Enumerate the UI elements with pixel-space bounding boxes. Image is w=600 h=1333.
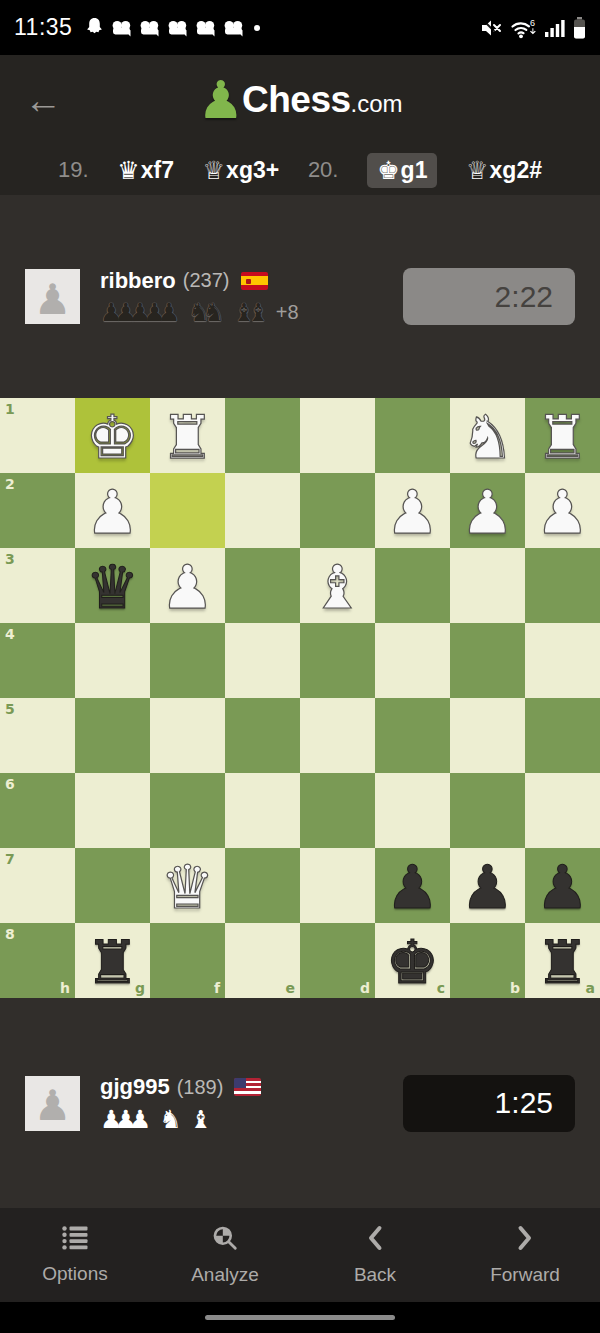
- square-e5[interactable]: [225, 698, 300, 773]
- square-a3[interactable]: [525, 548, 600, 623]
- square-g2[interactable]: ♟: [75, 473, 150, 548]
- avatar-pawn-icon: ♟: [34, 279, 72, 321]
- square-f8[interactable]: f: [150, 923, 225, 998]
- square-c7[interactable]: ♟: [375, 848, 450, 923]
- square-d4[interactable]: [300, 623, 375, 698]
- back-button[interactable]: Back: [300, 1225, 450, 1286]
- bottom-nav: Options Analyze Back Forward: [0, 1208, 600, 1302]
- square-f4[interactable]: [150, 623, 225, 698]
- square-e8[interactable]: e: [225, 923, 300, 998]
- square-d7[interactable]: [300, 848, 375, 923]
- captured-group: ♝: [190, 1107, 212, 1132]
- move-current[interactable]: ♚g1: [367, 153, 437, 188]
- move-text: xg2#: [490, 157, 542, 184]
- black-rook-a8[interactable]: ♜: [525, 923, 600, 998]
- player-rating-white: (237): [183, 269, 230, 292]
- player-card-black: ♟ gjg995 (189) ♟♟♟♞♝ 1:25: [0, 998, 600, 1208]
- square-f2[interactable]: [150, 473, 225, 548]
- svg-text:6: 6: [530, 18, 535, 28]
- back-arrow-icon[interactable]: ←: [24, 81, 62, 119]
- forward-chevron-icon: [516, 1225, 534, 1255]
- square-g5[interactable]: [75, 698, 150, 773]
- snapchat-ghost-icon: [85, 17, 104, 38]
- black-pawn-c7[interactable]: ♟: [375, 848, 450, 923]
- chesscom-logo: ♟ Chess .com: [0, 74, 600, 126]
- square-c1[interactable]: [375, 398, 450, 473]
- captured-group: ♟♟♟: [100, 1107, 151, 1132]
- avatar-white[interactable]: ♟: [25, 269, 80, 324]
- overflow-dot-icon: [254, 25, 260, 31]
- white-knight-b1[interactable]: ♞: [450, 398, 525, 473]
- rank-label: 7: [5, 852, 15, 866]
- move-number: 19.: [58, 157, 89, 183]
- file-label: b: [510, 981, 520, 995]
- square-f1[interactable]: ♜: [150, 398, 225, 473]
- square-h7[interactable]: 7: [0, 848, 75, 923]
- back-label: Back: [354, 1264, 396, 1286]
- square-b5[interactable]: [450, 698, 525, 773]
- logo-pawn-icon: ♟: [197, 74, 244, 126]
- square-b6[interactable]: [450, 773, 525, 848]
- app-notification-icon: [167, 19, 188, 37]
- options-button[interactable]: Options: [0, 1226, 150, 1285]
- square-g1[interactable]: ♚: [75, 398, 150, 473]
- square-c8[interactable]: c♚: [375, 923, 450, 998]
- figurine-icon: ♕: [466, 156, 488, 185]
- square-a5[interactable]: [525, 698, 600, 773]
- rank-label: 4: [5, 627, 15, 641]
- white-bishop-d3[interactable]: ♝: [300, 548, 375, 623]
- square-a2[interactable]: ♟: [525, 473, 600, 548]
- square-b1[interactable]: ♞: [450, 398, 525, 473]
- app-notification-icon: [223, 19, 244, 37]
- square-b2[interactable]: ♟: [450, 473, 525, 548]
- status-bar: 11:35 6: [0, 0, 600, 55]
- move[interactable]: ♕xg2#: [466, 156, 542, 185]
- file-label: h: [60, 981, 70, 995]
- square-h1[interactable]: 1: [0, 398, 75, 473]
- battery-icon: [573, 17, 586, 39]
- square-f3[interactable]: ♟: [150, 548, 225, 623]
- signal-bars-icon: [544, 18, 566, 38]
- white-pawn-g2[interactable]: ♟: [75, 473, 150, 548]
- square-e2[interactable]: [225, 473, 300, 548]
- black-rook-g8[interactable]: ♜: [75, 923, 150, 998]
- move-text: xg3+: [226, 157, 279, 184]
- rank-label: 5: [5, 702, 15, 716]
- square-b3[interactable]: [450, 548, 525, 623]
- move[interactable]: ♛xf7: [117, 156, 174, 185]
- square-e1[interactable]: [225, 398, 300, 473]
- black-queen-g3[interactable]: ♛: [75, 548, 150, 623]
- rank-label: 6: [5, 777, 15, 791]
- analyze-magnifier-icon: [212, 1225, 238, 1255]
- back-chevron-icon: [366, 1225, 384, 1255]
- square-h2[interactable]: 2: [0, 473, 75, 548]
- white-rook-f1[interactable]: ♜: [150, 398, 225, 473]
- mute-icon: [479, 17, 503, 39]
- player-rating-black: (189): [177, 1076, 224, 1099]
- clock-black: 1:25: [403, 1075, 575, 1132]
- square-h4[interactable]: 4: [0, 623, 75, 698]
- square-a1[interactable]: ♜: [525, 398, 600, 473]
- square-f6[interactable]: [150, 773, 225, 848]
- square-g3[interactable]: ♛: [75, 548, 150, 623]
- square-e6[interactable]: [225, 773, 300, 848]
- black-pawn-b7[interactable]: ♟: [450, 848, 525, 923]
- file-label: d: [360, 981, 370, 995]
- square-e4[interactable]: [225, 623, 300, 698]
- captured-group: ♟♟♟♟♟: [100, 300, 180, 325]
- rank-label: 2: [5, 477, 15, 491]
- move-text: xf7: [141, 157, 174, 184]
- square-a6[interactable]: [525, 773, 600, 848]
- square-d5[interactable]: [300, 698, 375, 773]
- white-king-g1[interactable]: ♚: [75, 398, 150, 473]
- square-g8[interactable]: g♜: [75, 923, 150, 998]
- wifi-6-icon: 6: [510, 17, 537, 39]
- square-f5[interactable]: [150, 698, 225, 773]
- black-pawn-a7[interactable]: ♟: [525, 848, 600, 923]
- analyze-label: Analyze: [191, 1264, 259, 1286]
- square-c2[interactable]: ♟: [375, 473, 450, 548]
- captured-group: ♞: [159, 1107, 181, 1132]
- player-name-black[interactable]: gjg995: [100, 1074, 170, 1100]
- logo-suffix: .com: [351, 90, 403, 118]
- captured-pieces-white: ♟♟♟♟♟♞♞♝♝+8: [100, 300, 403, 326]
- square-d3[interactable]: ♝: [300, 548, 375, 623]
- move-list: 19.♛xf7♕xg3+20.♚g1♕xg2#: [0, 145, 600, 195]
- rank-label: 3: [5, 552, 15, 566]
- app-notification-icon: [195, 19, 216, 37]
- file-label: e: [286, 981, 296, 995]
- analyze-button[interactable]: Analyze: [150, 1225, 300, 1286]
- white-pawn-c2[interactable]: ♟: [375, 473, 450, 548]
- square-b4[interactable]: [450, 623, 525, 698]
- avatar-black[interactable]: ♟: [25, 1076, 80, 1131]
- square-h3[interactable]: 3: [0, 548, 75, 623]
- square-g7[interactable]: [75, 848, 150, 923]
- black-king-c8[interactable]: ♚: [375, 923, 450, 998]
- app-notification-icon: [111, 19, 132, 37]
- gesture-area: [0, 1302, 600, 1333]
- rank-label: 8: [5, 927, 15, 941]
- clock-white-time: 2:22: [495, 280, 553, 314]
- square-h5[interactable]: 5: [0, 698, 75, 773]
- square-c3[interactable]: [375, 548, 450, 623]
- flag-usa-icon: [234, 1078, 261, 1096]
- forward-button[interactable]: Forward: [450, 1225, 600, 1286]
- white-rook-a1[interactable]: ♜: [525, 398, 600, 473]
- square-a8[interactable]: a♜: [525, 923, 600, 998]
- square-b7[interactable]: ♟: [450, 848, 525, 923]
- square-e3[interactable]: [225, 548, 300, 623]
- clock-white: 2:22: [403, 268, 575, 325]
- options-label: Options: [42, 1263, 107, 1285]
- white-queen-f7[interactable]: ♛: [150, 848, 225, 923]
- white-pawn-f3[interactable]: ♟: [150, 548, 225, 623]
- square-c6[interactable]: [375, 773, 450, 848]
- square-c5[interactable]: [375, 698, 450, 773]
- flag-spain-icon: [241, 272, 268, 290]
- captured-group: ♝♝: [233, 300, 270, 325]
- file-label: f: [214, 981, 220, 995]
- logo-text: Chess: [242, 79, 351, 121]
- chess-board: 1♚♜♞♜2♟♟♟♟3♛♟♝4567♛♟♟♟8hg♜fedc♚ba♜: [0, 398, 600, 998]
- figurine-icon: ♛: [117, 156, 139, 185]
- captured-group: ♞♞: [188, 300, 225, 325]
- square-g4[interactable]: [75, 623, 150, 698]
- move[interactable]: ♕xg3+: [203, 156, 280, 185]
- square-b8[interactable]: b: [450, 923, 525, 998]
- white-pawn-b2[interactable]: ♟: [450, 473, 525, 548]
- square-e7[interactable]: [225, 848, 300, 923]
- square-h6[interactable]: 6: [0, 773, 75, 848]
- captured-pieces-black: ♟♟♟♞♝: [100, 1106, 403, 1132]
- clock-black-time: 1:25: [495, 1086, 553, 1120]
- options-list-icon: [62, 1226, 88, 1254]
- app-header: ← ♟ Chess .com: [0, 55, 600, 145]
- square-g6[interactable]: [75, 773, 150, 848]
- square-d8[interactable]: d: [300, 923, 375, 998]
- square-f7[interactable]: ♛: [150, 848, 225, 923]
- figurine-icon: ♕: [203, 156, 225, 185]
- avatar-pawn-icon: ♟: [34, 1085, 72, 1127]
- status-time: 11:35: [14, 14, 72, 41]
- square-d6[interactable]: [300, 773, 375, 848]
- square-a7[interactable]: ♟: [525, 848, 600, 923]
- material-advantage: +8: [276, 301, 299, 324]
- square-h8[interactable]: 8h: [0, 923, 75, 998]
- rank-label: 1: [5, 402, 15, 416]
- figurine-icon: ♚: [377, 156, 399, 185]
- square-d2[interactable]: [300, 473, 375, 548]
- app-notification-icon: [139, 19, 160, 37]
- gesture-pill[interactable]: [205, 1315, 395, 1320]
- forward-label: Forward: [490, 1264, 560, 1286]
- square-d1[interactable]: [300, 398, 375, 473]
- player-name-white[interactable]: ribbero: [100, 268, 176, 294]
- move-number: 20.: [308, 157, 339, 183]
- player-card-white: ♟ ribbero (237) ♟♟♟♟♟♞♞♝♝+8 2:22: [0, 195, 600, 398]
- square-a4[interactable]: [525, 623, 600, 698]
- square-c4[interactable]: [375, 623, 450, 698]
- move-text: g1: [401, 157, 428, 184]
- white-pawn-a2[interactable]: ♟: [525, 473, 600, 548]
